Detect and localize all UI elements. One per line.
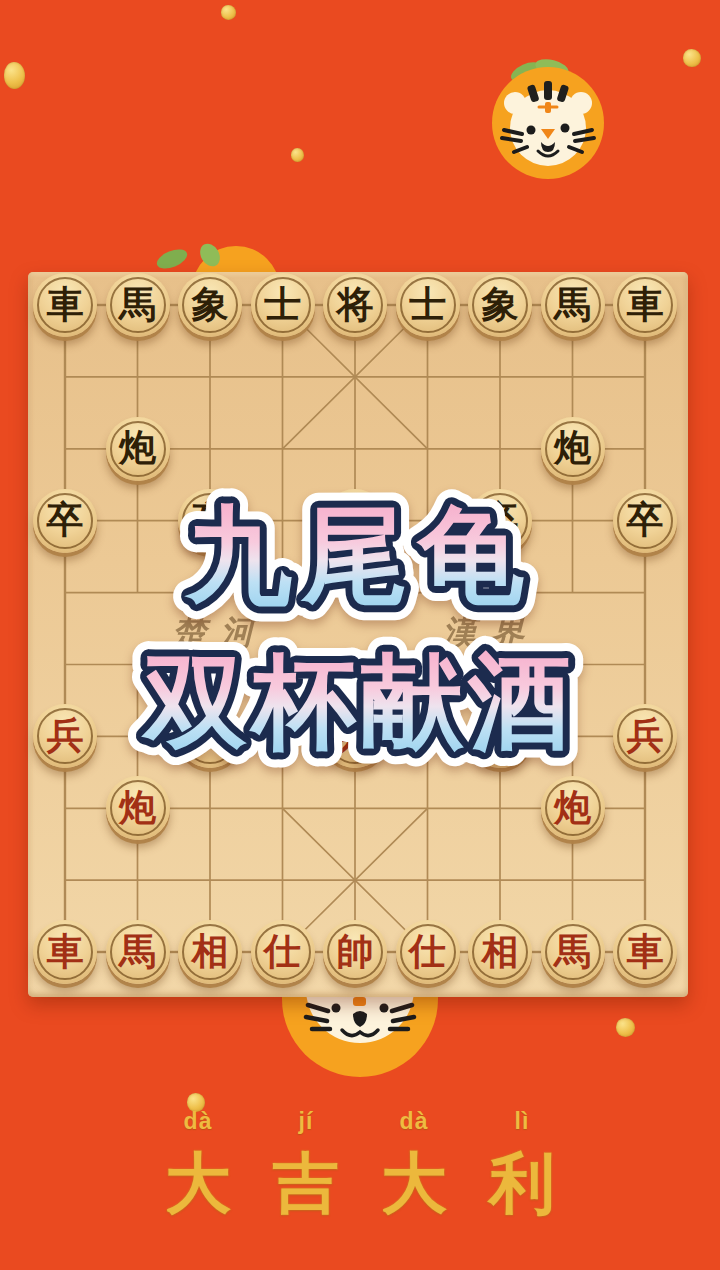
- greeting-char-group: dà 大: [373, 1108, 455, 1229]
- piece-glyph: 象: [192, 286, 229, 323]
- greeting-char: 利: [481, 1139, 563, 1229]
- tiger-peek-decoration: [278, 997, 442, 1079]
- piece-glyph: 仕: [264, 933, 301, 970]
- piece-red-elephant[interactable]: 相: [178, 920, 242, 984]
- title-line2: 双杯献酒: [141, 644, 576, 759]
- piece-red-advisor[interactable]: 仕: [396, 920, 460, 984]
- piece-black-horse[interactable]: 馬: [541, 273, 605, 337]
- piece-glyph: 相: [192, 933, 229, 970]
- piece-red-horse[interactable]: 馬: [541, 920, 605, 984]
- tiger-face-icon: [486, 58, 610, 180]
- piece-red-chariot[interactable]: 車: [613, 920, 677, 984]
- gold-sparkle: [616, 1018, 635, 1037]
- piece-glyph: 士: [264, 286, 301, 323]
- piece-glyph: 仕: [409, 933, 446, 970]
- puzzle-title: 九尾龟 九尾龟 双杯献酒 双杯献酒: [0, 448, 720, 788]
- tiger-orange-mascot: [486, 58, 610, 180]
- piece-red-chariot[interactable]: 車: [33, 920, 97, 984]
- gold-sparkle: [683, 49, 701, 67]
- greeting-pinyin: dà: [157, 1108, 239, 1135]
- piece-black-general[interactable]: 将: [323, 273, 387, 337]
- piece-black-advisor[interactable]: 士: [396, 273, 460, 337]
- piece-glyph: 馬: [554, 933, 591, 970]
- piece-glyph: 馬: [119, 286, 156, 323]
- piece-glyph: 相: [482, 933, 519, 970]
- scene-background: 楚河 漢界 車馬象士将士象馬車炮炮卒卒卒卒卒兵兵兵兵兵炮炮車馬相仕帥仕相馬車 九…: [0, 0, 720, 1270]
- greeting-char: 大: [157, 1139, 239, 1229]
- greeting-pinyin: jí: [265, 1108, 347, 1135]
- piece-glyph: 馬: [119, 933, 156, 970]
- piece-glyph: 将: [337, 286, 374, 323]
- greeting-char: 大: [373, 1139, 455, 1229]
- piece-black-elephant[interactable]: 象: [178, 273, 242, 337]
- piece-black-advisor[interactable]: 士: [251, 273, 315, 337]
- piece-red-elephant[interactable]: 相: [468, 920, 532, 984]
- greeting-pinyin: lì: [481, 1108, 563, 1135]
- piece-black-horse[interactable]: 馬: [106, 273, 170, 337]
- piece-black-chariot[interactable]: 車: [33, 273, 97, 337]
- piece-glyph: 車: [627, 286, 664, 323]
- greeting-char-group: jí 吉: [265, 1108, 347, 1229]
- piece-glyph: 車: [47, 933, 84, 970]
- piece-glyph: 帥: [337, 933, 374, 970]
- piece-red-general[interactable]: 帥: [323, 920, 387, 984]
- tiger-peek-icon: [278, 997, 442, 1079]
- piece-glyph: 士: [409, 286, 446, 323]
- gold-sparkle: [4, 62, 25, 89]
- piece-glyph: 馬: [554, 286, 591, 323]
- piece-black-chariot[interactable]: 車: [613, 273, 677, 337]
- gold-sparkle: [221, 5, 236, 20]
- title-line1: 九尾龟: [184, 496, 534, 614]
- greeting-char-group: dà 大: [157, 1108, 239, 1229]
- piece-glyph: 車: [47, 286, 84, 323]
- piece-black-elephant[interactable]: 象: [468, 273, 532, 337]
- piece-glyph: 象: [482, 286, 519, 323]
- piece-glyph: 炮: [119, 789, 156, 826]
- greeting-char-group: lì 利: [481, 1108, 563, 1229]
- piece-red-advisor[interactable]: 仕: [251, 920, 315, 984]
- piece-glyph: 炮: [554, 789, 591, 826]
- greeting-char: 吉: [265, 1139, 347, 1229]
- gold-sparkle: [291, 148, 304, 162]
- orange-fruit-decoration: [150, 241, 290, 272]
- orange-fruit-icon: [150, 241, 290, 272]
- greeting-banner: dà 大 jí 吉 dà 大 lì 利: [0, 1108, 720, 1229]
- piece-red-horse[interactable]: 馬: [106, 920, 170, 984]
- piece-glyph: 車: [627, 933, 664, 970]
- greeting-pinyin: dà: [373, 1108, 455, 1135]
